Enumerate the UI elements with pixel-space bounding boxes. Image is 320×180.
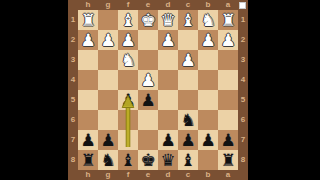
- square-b7[interactable]: ♟: [198, 130, 218, 150]
- file-label-d: d: [158, 170, 178, 180]
- file-label-c: c: [178, 170, 198, 180]
- square-h7[interactable]: ♟: [78, 130, 98, 150]
- square-c5[interactable]: [178, 90, 198, 110]
- piece-black-pawn[interactable]: ♟: [160, 130, 175, 150]
- square-d4[interactable]: [158, 70, 178, 90]
- piece-white-knight[interactable]: ♞: [120, 50, 135, 70]
- square-a4[interactable]: [218, 70, 238, 90]
- square-e7[interactable]: [138, 130, 158, 150]
- square-g1[interactable]: [98, 10, 118, 30]
- file-label-b: b: [198, 170, 218, 180]
- file-labels-top: hgfedcba: [78, 0, 238, 10]
- square-e8[interactable]: ♚: [138, 150, 158, 170]
- square-f1[interactable]: ♝: [118, 10, 138, 30]
- piece-black-pawn[interactable]: ♟: [80, 130, 95, 150]
- square-d8[interactable]: ♛: [158, 150, 178, 170]
- square-h4[interactable]: [78, 70, 98, 90]
- piece-white-bishop[interactable]: ♝: [120, 10, 135, 30]
- piece-white-pawn[interactable]: ♟: [180, 50, 195, 70]
- square-h2[interactable]: ♟: [78, 30, 98, 50]
- square-h5[interactable]: [78, 90, 98, 110]
- rank-label-4: 4: [238, 70, 248, 90]
- square-d6[interactable]: [158, 110, 178, 130]
- square-f7[interactable]: [118, 130, 138, 150]
- square-h1[interactable]: ♜: [78, 10, 98, 30]
- square-a5[interactable]: [218, 90, 238, 110]
- square-g3[interactable]: [98, 50, 118, 70]
- piece-black-rook[interactable]: ♜: [220, 150, 235, 170]
- square-d1[interactable]: ♛: [158, 10, 178, 30]
- rank-label-5: 5: [238, 90, 248, 110]
- rank-labels-right: 12345678: [238, 10, 248, 170]
- file-label-h: h: [78, 0, 98, 10]
- piece-black-bishop[interactable]: ♝: [120, 150, 135, 170]
- piece-black-pawn[interactable]: ♟: [220, 130, 235, 150]
- square-g8[interactable]: ♞: [98, 150, 118, 170]
- square-g6[interactable]: [98, 110, 118, 130]
- file-label-g: g: [98, 0, 118, 10]
- rank-label-1: 1: [68, 10, 78, 30]
- square-b6[interactable]: [198, 110, 218, 130]
- square-e6[interactable]: [138, 110, 158, 130]
- file-label-a: a: [218, 0, 238, 10]
- file-label-g: g: [98, 170, 118, 180]
- piece-black-pawn[interactable]: ♟: [180, 130, 195, 150]
- square-a8[interactable]: ♜: [218, 150, 238, 170]
- square-f5[interactable]: ♟: [118, 90, 138, 110]
- square-f2[interactable]: ♟: [118, 30, 138, 50]
- square-d3[interactable]: [158, 50, 178, 70]
- square-e1[interactable]: ♚: [138, 10, 158, 30]
- square-b1[interactable]: ♞: [198, 10, 218, 30]
- file-label-a: a: [218, 170, 238, 180]
- square-b3[interactable]: [198, 50, 218, 70]
- square-a6[interactable]: [218, 110, 238, 130]
- file-label-f: f: [118, 170, 138, 180]
- piece-white-bishop[interactable]: ♝: [180, 10, 195, 30]
- file-label-e: e: [138, 170, 158, 180]
- square-b4[interactable]: [198, 70, 218, 90]
- square-a3[interactable]: [218, 50, 238, 70]
- square-b2[interactable]: ♟: [198, 30, 218, 50]
- piece-black-pawn[interactable]: ♟: [120, 90, 135, 110]
- square-a7[interactable]: ♟: [218, 130, 238, 150]
- piece-white-pawn[interactable]: ♟: [80, 30, 95, 50]
- white-to-move-indicator: [239, 2, 246, 9]
- rank-label-3: 3: [68, 50, 78, 70]
- rank-label-5: 5: [68, 90, 78, 110]
- square-c8[interactable]: ♝: [178, 150, 198, 170]
- square-g4[interactable]: [98, 70, 118, 90]
- piece-black-knight[interactable]: ♞: [180, 110, 195, 130]
- square-h3[interactable]: [78, 50, 98, 70]
- rank-label-4: 4: [68, 70, 78, 90]
- piece-white-king[interactable]: ♚: [140, 10, 155, 30]
- piece-black-pawn[interactable]: ♟: [200, 130, 215, 150]
- piece-white-pawn[interactable]: ♟: [160, 30, 175, 50]
- piece-white-knight[interactable]: ♞: [200, 10, 215, 30]
- file-label-e: e: [138, 0, 158, 10]
- piece-white-rook[interactable]: ♜: [80, 10, 95, 30]
- file-label-h: h: [78, 170, 98, 180]
- rank-label-2: 2: [238, 30, 248, 50]
- square-c7[interactable]: ♟: [178, 130, 198, 150]
- rank-label-6: 6: [238, 110, 248, 130]
- piece-black-queen[interactable]: ♛: [160, 150, 175, 170]
- square-f6[interactable]: [118, 110, 138, 130]
- square-e5[interactable]: ♟: [138, 90, 158, 110]
- rank-label-3: 3: [238, 50, 248, 70]
- square-c1[interactable]: ♝: [178, 10, 198, 30]
- square-a1[interactable]: ♜: [218, 10, 238, 30]
- rank-label-7: 7: [68, 130, 78, 150]
- page-background: { "game": "chess", "position": "r1bqkbnr…: [0, 0, 320, 180]
- square-e3[interactable]: [138, 50, 158, 70]
- square-c2[interactable]: [178, 30, 198, 50]
- square-a2[interactable]: ♟: [218, 30, 238, 50]
- square-e4[interactable]: ♟: [138, 70, 158, 90]
- square-c3[interactable]: ♟: [178, 50, 198, 70]
- square-h6[interactable]: [78, 110, 98, 130]
- file-label-d: d: [158, 0, 178, 10]
- piece-black-pawn[interactable]: ♟: [100, 130, 115, 150]
- square-c4[interactable]: [178, 70, 198, 90]
- piece-black-rook[interactable]: ♜: [80, 150, 95, 170]
- piece-black-bishop[interactable]: ♝: [180, 150, 195, 170]
- piece-black-knight[interactable]: ♞: [100, 150, 115, 170]
- square-f8[interactable]: ♝: [118, 150, 138, 170]
- piece-white-pawn[interactable]: ♟: [100, 30, 115, 50]
- rank-label-8: 8: [68, 150, 78, 170]
- square-b5[interactable]: [198, 90, 218, 110]
- file-label-f: f: [118, 0, 138, 10]
- square-g5[interactable]: [98, 90, 118, 110]
- square-g2[interactable]: ♟: [98, 30, 118, 50]
- rank-label-1: 1: [238, 10, 248, 30]
- square-d7[interactable]: ♟: [158, 130, 178, 150]
- square-e2[interactable]: [138, 30, 158, 50]
- piece-white-pawn[interactable]: ♟: [220, 30, 235, 50]
- square-d2[interactable]: ♟: [158, 30, 178, 50]
- square-b8[interactable]: [198, 150, 218, 170]
- chess-board: hgfedcba hgfedcba 12345678 12345678 ♜♝♚♛…: [68, 0, 248, 180]
- file-label-b: b: [198, 0, 218, 10]
- square-g7[interactable]: ♟: [98, 130, 118, 150]
- rank-label-7: 7: [238, 130, 248, 150]
- square-f4[interactable]: [118, 70, 138, 90]
- rank-label-2: 2: [68, 30, 78, 50]
- piece-black-pawn[interactable]: ♟: [140, 90, 155, 110]
- piece-white-queen[interactable]: ♛: [160, 10, 175, 30]
- square-f3[interactable]: ♞: [118, 50, 138, 70]
- square-c6[interactable]: ♞: [178, 110, 198, 130]
- file-labels-bottom: hgfedcba: [78, 170, 238, 180]
- piece-white-rook[interactable]: ♜: [220, 10, 235, 30]
- rank-label-8: 8: [238, 150, 248, 170]
- square-d5[interactable]: [158, 90, 178, 110]
- piece-white-pawn[interactable]: ♟: [120, 30, 135, 50]
- piece-black-king[interactable]: ♚: [140, 150, 155, 170]
- square-h8[interactable]: ♜: [78, 150, 98, 170]
- piece-white-pawn[interactable]: ♟: [200, 30, 215, 50]
- rank-label-6: 6: [68, 110, 78, 130]
- squares-grid: ♜♝♚♛♝♞♜♟♟♟♟♟♟♞♟♟♟♟♞♟♟♟♟♟♟♜♞♝♚♛♝♜: [78, 10, 238, 170]
- piece-white-pawn[interactable]: ♟: [140, 70, 155, 90]
- file-label-c: c: [178, 0, 198, 10]
- rank-labels-left: 12345678: [68, 10, 78, 170]
